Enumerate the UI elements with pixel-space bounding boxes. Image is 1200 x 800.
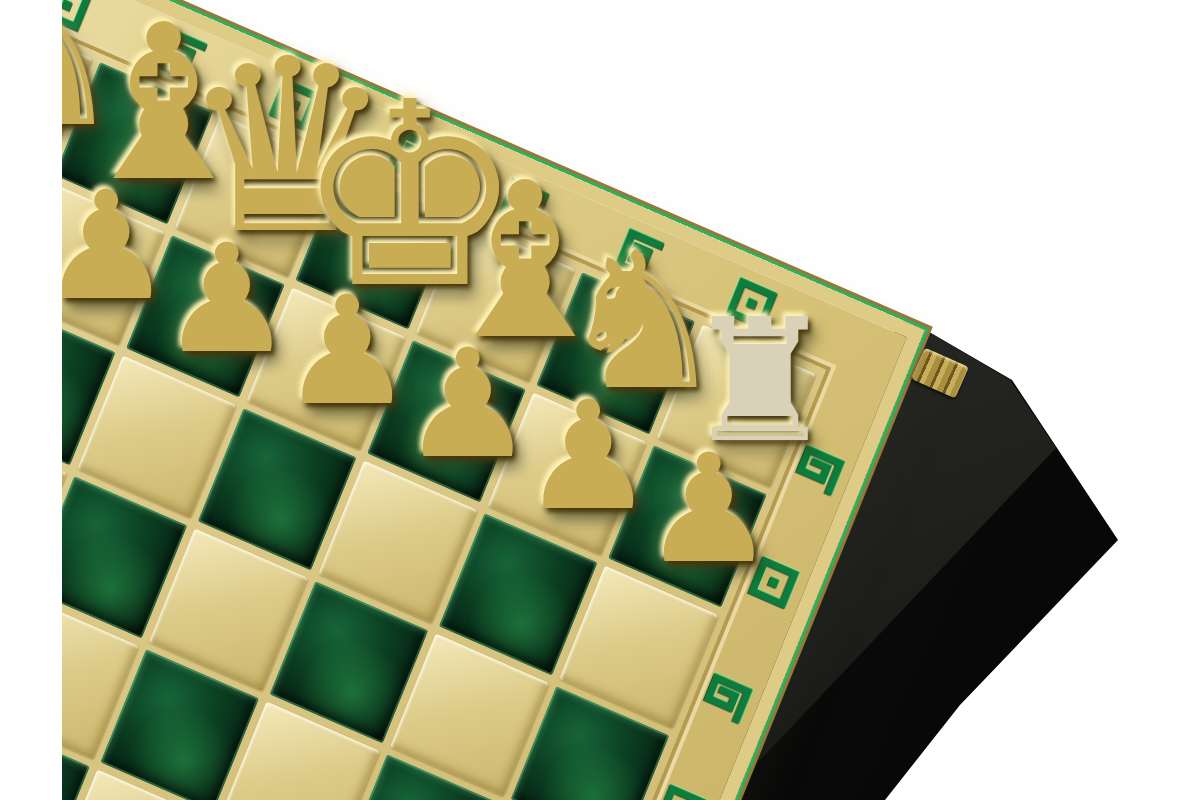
product-photo-scene: ♜♞♝♛♚♝♞♜♟♟♟♟♟♟♟♟♟♟♟♟♟♟♟♟♜♞♝♛♚♝♞♜ (0, 0, 1200, 800)
meander-spiral-motif (694, 662, 762, 731)
piece-white-pawn[interactable]: ♟ (400, 329, 534, 479)
piece-white-pawn[interactable]: ♟ (641, 434, 775, 584)
piece-white-pawn[interactable]: ♟ (159, 223, 293, 373)
piece-white-pawn[interactable]: ♟ (280, 276, 414, 426)
piece-white-pawn[interactable]: ♟ (521, 381, 655, 531)
photo-crop-mask (0, 0, 62, 800)
